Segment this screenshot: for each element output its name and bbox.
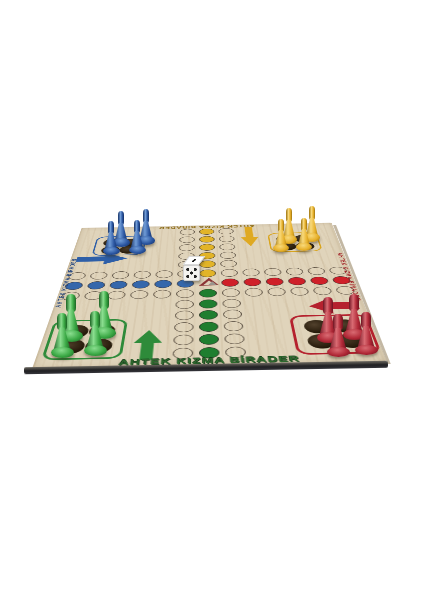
track-cell: [220, 308, 245, 320]
track-circle: [153, 290, 172, 299]
track-cell: [106, 280, 130, 290]
track-cell: [283, 267, 307, 277]
track-circle-blue: [154, 280, 172, 288]
track-circle-red: [243, 278, 261, 286]
track-circle-blue: [109, 281, 128, 289]
track-cell: [221, 332, 248, 345]
pawn-green: [84, 311, 107, 356]
track-cell: [171, 321, 196, 334]
track-cell: [131, 270, 154, 280]
pawn-blue: [129, 220, 146, 254]
track-circle-yellow: [199, 236, 215, 243]
track-circle-green: [199, 322, 219, 332]
track-circle: [179, 236, 195, 243]
track-circle-green: [199, 310, 218, 320]
track-circle-green: [199, 299, 217, 308]
track-circle: [264, 268, 282, 276]
pawn-foot: [273, 244, 289, 252]
track-cell: [285, 276, 310, 286]
pawn-red: [327, 314, 350, 357]
pawn-foot: [296, 243, 312, 251]
track-circle: [155, 270, 173, 278]
track-circle: [221, 269, 239, 277]
track-circle: [89, 272, 108, 280]
pawn-yellow: [273, 219, 289, 252]
track-circle: [130, 290, 149, 299]
track-circle: [173, 334, 193, 345]
track-cell: [240, 268, 263, 278]
pawn-red: [355, 312, 378, 355]
track-circle: [220, 260, 237, 268]
track-cell: [173, 299, 197, 310]
track-cell: [264, 286, 289, 297]
track-circle: [222, 288, 240, 297]
track-cell: [127, 289, 151, 300]
track-cell: [196, 321, 221, 334]
track-cell: [151, 279, 174, 289]
die-top-face: [183, 256, 206, 265]
pawn-foot: [327, 347, 350, 357]
track-circle: [285, 268, 304, 276]
track-circle: [133, 271, 151, 279]
track-cell: [307, 276, 332, 286]
pawn-foot: [129, 246, 146, 254]
pawn-foot: [355, 345, 378, 355]
track-cell: [219, 287, 243, 298]
track-circle: [224, 333, 245, 344]
track-cell: [218, 268, 240, 278]
track-cell: [197, 288, 220, 299]
track-circle: [179, 244, 195, 251]
track-circle-blue: [86, 281, 105, 289]
track-cell: [241, 277, 265, 287]
logo-triangle-shadow: [208, 281, 216, 285]
track-circle: [267, 287, 286, 296]
track-circle: [224, 321, 244, 331]
track-circle-red: [221, 278, 239, 286]
pawn-blue: [103, 221, 120, 255]
track-circle: [175, 311, 194, 321]
track-circle: [220, 252, 237, 259]
track-circle: [174, 322, 194, 332]
track-circle: [290, 287, 310, 296]
track-cell: [84, 280, 109, 290]
track-circle-yellow: [199, 244, 215, 251]
product-photo: AHTEK KIZMA BİRADER AHTEK KIZMA BİRADER …: [0, 0, 424, 600]
track-cell: [196, 333, 222, 346]
track-circle-red: [287, 277, 306, 285]
track-cell: [150, 289, 174, 300]
track-circle: [175, 300, 194, 309]
track-circle: [307, 267, 326, 275]
die-front-face: [183, 265, 200, 281]
track-circle: [218, 228, 234, 234]
track-cell: [196, 298, 220, 309]
track-circle-red: [265, 277, 284, 285]
track-cell: [218, 259, 240, 268]
track-circle: [111, 271, 130, 279]
track-circle: [219, 243, 235, 250]
track-circle: [312, 286, 332, 295]
track-cell: [242, 287, 266, 298]
track-circle-green: [199, 289, 217, 298]
track-cell: [219, 277, 242, 287]
track-cell: [196, 309, 220, 321]
track-cell: [129, 279, 153, 289]
pawn-foot: [51, 347, 74, 358]
track-circle: [222, 299, 241, 308]
track-cell: [221, 320, 247, 333]
track-cell: [263, 277, 287, 287]
pawn-yellow: [296, 218, 312, 251]
track-circle-green: [199, 334, 219, 345]
track-cell: [109, 270, 133, 280]
track-cell: [87, 271, 111, 281]
track-circle: [180, 229, 195, 235]
track-circle: [242, 269, 260, 277]
track-circle-blue: [131, 280, 150, 288]
track-cell: [172, 309, 197, 321]
die: [183, 256, 203, 282]
track-circle: [244, 288, 263, 297]
pawn-foot: [103, 247, 120, 255]
track-cell: [170, 333, 196, 346]
track-circle-yellow: [199, 229, 214, 235]
track-circle: [223, 310, 243, 320]
track-circle-red: [310, 277, 330, 285]
pawn-green: [51, 313, 74, 358]
pawn-foot: [84, 345, 107, 356]
track-circle: [176, 289, 194, 298]
track-cell: [304, 266, 329, 276]
track-cell: [173, 288, 196, 299]
track-cell: [153, 269, 176, 279]
track-circle: [219, 236, 235, 243]
track-cell: [261, 267, 285, 277]
track-cell: [287, 286, 312, 297]
track-cell: [220, 298, 244, 309]
